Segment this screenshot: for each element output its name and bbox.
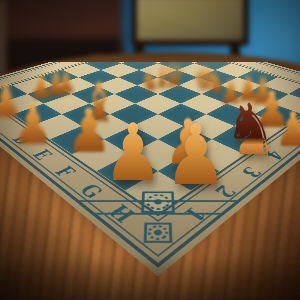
piece-b8-black-knight[interactable]: ♞ (140, 68, 160, 94)
chess-photo-scene: DEFGH 1234 ♞♝♛♚♞♟♟♟♟♟♟♟♟♝♟♟♟♟♞♟♟ (0, 0, 300, 300)
piece-h4-white-pawn[interactable]: ♟ (164, 113, 227, 197)
piece-h5-black-pawn[interactable]: ♟ (275, 105, 300, 153)
chair-backrest (131, 0, 249, 46)
foreground-blur-bottom (0, 256, 300, 300)
piece-d6-black-pawn[interactable]: ♟ (12, 98, 53, 153)
piece-g3-white-pawn[interactable]: ♟ (103, 114, 162, 193)
piece-g4-black-knight[interactable]: ♞ (224, 94, 277, 165)
